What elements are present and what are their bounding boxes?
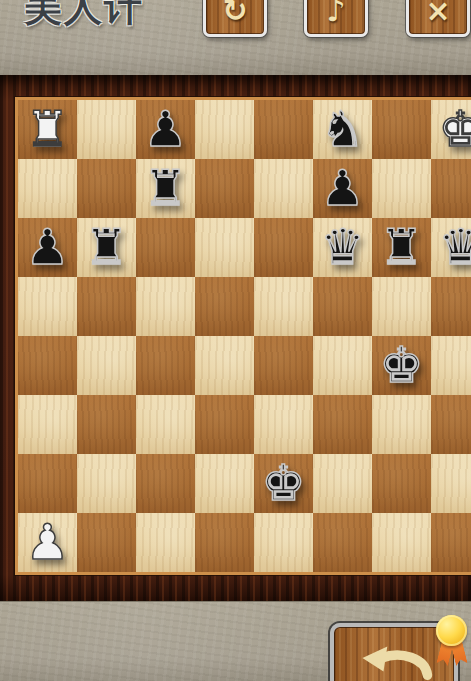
square-g2[interactable] xyxy=(372,454,431,513)
black-queen[interactable]: ♛ xyxy=(321,218,365,277)
square-d3[interactable] xyxy=(195,395,254,454)
square-a7[interactable] xyxy=(18,159,77,218)
square-a1[interactable]: ♟ xyxy=(18,513,77,572)
black-queen[interactable]: ♛ xyxy=(439,218,471,277)
board-frame: ♜♟♞♚♜♟♟♜♛♜♛♚♚♟ xyxy=(0,75,471,601)
square-c8[interactable]: ♟ xyxy=(136,100,195,159)
square-c6[interactable] xyxy=(136,218,195,277)
white-pawn[interactable]: ♟ xyxy=(26,513,70,572)
square-g5[interactable] xyxy=(372,277,431,336)
square-g6[interactable]: ♜ xyxy=(372,218,431,277)
square-g8[interactable] xyxy=(372,100,431,159)
square-h3[interactable] xyxy=(431,395,471,454)
square-d6[interactable] xyxy=(195,218,254,277)
square-h8[interactable]: ♚ xyxy=(431,100,471,159)
black-rook[interactable]: ♜ xyxy=(85,218,129,277)
sound-button[interactable]: ♪ xyxy=(304,0,368,37)
square-e4[interactable] xyxy=(254,336,313,395)
square-b2[interactable] xyxy=(77,454,136,513)
black-pawn[interactable]: ♟ xyxy=(26,218,70,277)
rotate-button[interactable]: ↻ xyxy=(203,0,267,37)
puzzle-title: 美人计 xyxy=(24,0,144,33)
chess-board[interactable]: ♜♟♞♚♜♟♟♜♛♜♛♚♚♟ xyxy=(18,100,471,572)
square-a4[interactable] xyxy=(18,336,77,395)
square-c3[interactable] xyxy=(136,395,195,454)
square-d1[interactable] xyxy=(195,513,254,572)
square-f5[interactable] xyxy=(313,277,372,336)
square-h2[interactable] xyxy=(431,454,471,513)
square-e5[interactable] xyxy=(254,277,313,336)
square-a3[interactable] xyxy=(18,395,77,454)
square-e2[interactable]: ♚ xyxy=(254,454,313,513)
square-a8[interactable]: ♜ xyxy=(18,100,77,159)
white-rook[interactable]: ♜ xyxy=(26,100,70,159)
square-b6[interactable]: ♜ xyxy=(77,218,136,277)
square-c5[interactable] xyxy=(136,277,195,336)
close-button[interactable]: × xyxy=(406,0,470,37)
square-b3[interactable] xyxy=(77,395,136,454)
square-c7[interactable]: ♜ xyxy=(136,159,195,218)
square-d2[interactable] xyxy=(195,454,254,513)
square-f3[interactable] xyxy=(313,395,372,454)
square-f7[interactable]: ♟ xyxy=(313,159,372,218)
square-b1[interactable] xyxy=(77,513,136,572)
board-bevel: ♜♟♞♚♜♟♟♜♛♜♛♚♚♟ xyxy=(15,97,471,575)
square-b8[interactable] xyxy=(77,100,136,159)
square-h4[interactable] xyxy=(431,336,471,395)
bottom-bar xyxy=(0,601,471,681)
black-rook[interactable]: ♜ xyxy=(144,159,188,218)
white-king[interactable]: ♚ xyxy=(439,100,471,159)
square-f6[interactable]: ♛ xyxy=(313,218,372,277)
square-c2[interactable] xyxy=(136,454,195,513)
square-f4[interactable] xyxy=(313,336,372,395)
square-c4[interactable] xyxy=(136,336,195,395)
square-e7[interactable] xyxy=(254,159,313,218)
square-e3[interactable] xyxy=(254,395,313,454)
square-h6[interactable]: ♛ xyxy=(431,218,471,277)
square-a5[interactable] xyxy=(18,277,77,336)
square-h7[interactable] xyxy=(431,159,471,218)
black-pawn[interactable]: ♟ xyxy=(144,100,188,159)
square-b4[interactable] xyxy=(77,336,136,395)
black-pawn[interactable]: ♟ xyxy=(321,159,365,218)
square-f8[interactable]: ♞ xyxy=(313,100,372,159)
square-d8[interactable] xyxy=(195,100,254,159)
black-knight[interactable]: ♞ xyxy=(321,100,365,159)
medal-coin-icon xyxy=(436,615,467,646)
square-g4[interactable]: ♚ xyxy=(372,336,431,395)
square-e1[interactable] xyxy=(254,513,313,572)
close-icon: × xyxy=(425,0,450,26)
square-h5[interactable] xyxy=(431,277,471,336)
square-f1[interactable] xyxy=(313,513,372,572)
black-king[interactable]: ♚ xyxy=(380,336,424,395)
top-bar: 美人计 ↻ ♪ × xyxy=(0,0,471,75)
square-e6[interactable] xyxy=(254,218,313,277)
square-a6[interactable]: ♟ xyxy=(18,218,77,277)
square-f2[interactable] xyxy=(313,454,372,513)
square-h1[interactable] xyxy=(431,513,471,572)
square-b7[interactable] xyxy=(77,159,136,218)
square-b5[interactable] xyxy=(77,277,136,336)
black-rook[interactable]: ♜ xyxy=(380,218,424,277)
rotate-icon: ↻ xyxy=(222,0,247,26)
square-d5[interactable] xyxy=(195,277,254,336)
square-g7[interactable] xyxy=(372,159,431,218)
undo-arrow-icon xyxy=(351,637,437,681)
music-note-icon: ♪ xyxy=(326,0,345,26)
square-c1[interactable] xyxy=(136,513,195,572)
black-king[interactable]: ♚ xyxy=(262,454,306,513)
achievement-medal xyxy=(434,615,470,667)
square-d7[interactable] xyxy=(195,159,254,218)
square-d4[interactable] xyxy=(195,336,254,395)
square-a2[interactable] xyxy=(18,454,77,513)
square-g3[interactable] xyxy=(372,395,431,454)
square-g1[interactable] xyxy=(372,513,431,572)
square-e8[interactable] xyxy=(254,100,313,159)
